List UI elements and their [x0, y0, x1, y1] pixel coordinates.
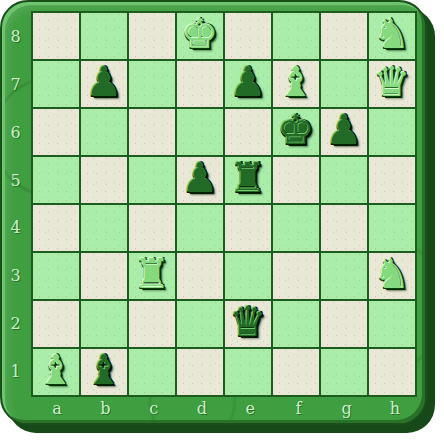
file-label-d: d [178, 394, 226, 422]
square-d2[interactable] [177, 301, 223, 347]
square-e7[interactable]: ♟ [225, 61, 271, 107]
square-h1[interactable] [369, 349, 415, 395]
file-label-e: e [226, 394, 274, 422]
piece-black-rook[interactable]: ♜ [230, 158, 267, 199]
square-c3[interactable]: ♜ [129, 253, 175, 299]
square-d4[interactable] [177, 205, 223, 251]
file-label-a: a [33, 394, 81, 422]
square-b7[interactable]: ♟ [81, 61, 127, 107]
rank-label-3: 3 [0, 252, 31, 300]
square-a7[interactable] [33, 61, 79, 107]
square-c4[interactable] [129, 205, 175, 251]
chess-board: ♚♞♟♟♝♛♚♟♟♜♜♞♛♝♝ [31, 11, 417, 397]
rank-label-5: 5 [0, 156, 31, 204]
square-a2[interactable] [33, 301, 79, 347]
square-g6[interactable]: ♟ [321, 109, 367, 155]
square-c1[interactable] [129, 349, 175, 395]
square-f8[interactable] [273, 13, 319, 59]
square-e1[interactable] [225, 349, 271, 395]
square-e5[interactable]: ♜ [225, 157, 271, 203]
square-e8[interactable] [225, 13, 271, 59]
square-a6[interactable] [33, 109, 79, 155]
square-a5[interactable] [33, 157, 79, 203]
square-f1[interactable] [273, 349, 319, 395]
square-a1[interactable]: ♝ [33, 349, 79, 395]
rank-label-2: 2 [0, 300, 31, 348]
file-labels: abcdefgh [33, 394, 419, 422]
piece-black-pawn[interactable]: ♟ [230, 62, 267, 103]
piece-black-king[interactable]: ♚ [278, 110, 315, 151]
square-b1[interactable]: ♝ [81, 349, 127, 395]
square-a8[interactable] [33, 13, 79, 59]
piece-white-queen[interactable]: ♛ [374, 62, 411, 103]
square-e4[interactable] [225, 205, 271, 251]
square-c7[interactable] [129, 61, 175, 107]
square-h5[interactable] [369, 157, 415, 203]
square-b8[interactable] [81, 13, 127, 59]
square-g2[interactable] [321, 301, 367, 347]
piece-black-pawn[interactable]: ♟ [86, 62, 123, 103]
square-b6[interactable] [81, 109, 127, 155]
square-d8[interactable]: ♚ [177, 13, 223, 59]
square-h3[interactable]: ♞ [369, 253, 415, 299]
file-label-g: g [323, 394, 371, 422]
file-label-h: h [371, 394, 419, 422]
rank-label-8: 8 [0, 13, 31, 61]
square-g4[interactable] [321, 205, 367, 251]
square-c5[interactable] [129, 157, 175, 203]
square-h6[interactable] [369, 109, 415, 155]
square-h8[interactable]: ♞ [369, 13, 415, 59]
square-g3[interactable] [321, 253, 367, 299]
square-d5[interactable]: ♟ [177, 157, 223, 203]
rank-label-4: 4 [0, 204, 31, 252]
square-b3[interactable] [81, 253, 127, 299]
square-e2[interactable]: ♛ [225, 301, 271, 347]
square-f2[interactable] [273, 301, 319, 347]
square-f5[interactable] [273, 157, 319, 203]
square-f6[interactable]: ♚ [273, 109, 319, 155]
rank-label-1: 1 [0, 347, 31, 395]
square-d3[interactable] [177, 253, 223, 299]
piece-black-bishop[interactable]: ♝ [86, 350, 123, 391]
piece-white-bishop[interactable]: ♝ [38, 350, 75, 391]
piece-white-knight[interactable]: ♞ [374, 14, 411, 55]
piece-white-knight[interactable]: ♞ [374, 254, 411, 295]
square-e3[interactable] [225, 253, 271, 299]
square-f3[interactable] [273, 253, 319, 299]
square-g7[interactable] [321, 61, 367, 107]
square-d7[interactable] [177, 61, 223, 107]
square-a4[interactable] [33, 205, 79, 251]
square-h4[interactable] [369, 205, 415, 251]
piece-white-rook[interactable]: ♜ [134, 254, 171, 295]
square-h2[interactable] [369, 301, 415, 347]
piece-black-queen[interactable]: ♛ [230, 302, 267, 343]
square-d1[interactable] [177, 349, 223, 395]
square-b4[interactable] [81, 205, 127, 251]
rank-label-6: 6 [0, 109, 31, 157]
square-h7[interactable]: ♛ [369, 61, 415, 107]
piece-black-pawn[interactable]: ♟ [182, 158, 219, 199]
square-g8[interactable] [321, 13, 367, 59]
square-f7[interactable]: ♝ [273, 61, 319, 107]
square-a3[interactable] [33, 253, 79, 299]
file-label-f: f [274, 394, 322, 422]
file-label-c: c [130, 394, 178, 422]
file-label-b: b [81, 394, 129, 422]
piece-black-pawn[interactable]: ♟ [326, 110, 363, 151]
square-c6[interactable] [129, 109, 175, 155]
square-b2[interactable] [81, 301, 127, 347]
square-g5[interactable] [321, 157, 367, 203]
square-e6[interactable] [225, 109, 271, 155]
piece-white-bishop[interactable]: ♝ [278, 62, 315, 103]
rank-label-7: 7 [0, 61, 31, 109]
rank-labels: 87654321 [0, 13, 31, 395]
square-c8[interactable] [129, 13, 175, 59]
square-b5[interactable] [81, 157, 127, 203]
piece-white-king[interactable]: ♚ [182, 14, 219, 55]
square-d6[interactable] [177, 109, 223, 155]
square-g1[interactable] [321, 349, 367, 395]
square-f4[interactable] [273, 205, 319, 251]
square-c2[interactable] [129, 301, 175, 347]
